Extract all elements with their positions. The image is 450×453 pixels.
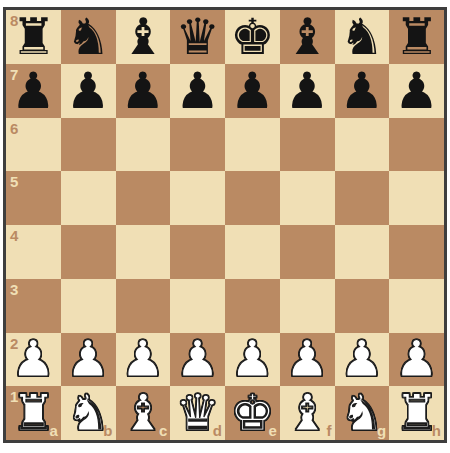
square-c8[interactable]: ♝ — [116, 10, 171, 64]
square-h8[interactable]: ♜ — [389, 10, 444, 64]
square-g8[interactable]: ♞ — [335, 10, 390, 64]
square-h4[interactable] — [389, 225, 444, 279]
square-c5[interactable] — [116, 171, 171, 225]
square-h6[interactable] — [389, 118, 444, 172]
piece-white-bishop[interactable]: ♝ — [120, 386, 165, 440]
square-c4[interactable] — [116, 225, 171, 279]
chess-board-container: 8♜♞♝♛♚♝♞♜7♟♟♟♟♟♟♟♟65432♟♟♟♟♟♟♟♟1a♜b♞c♝d♛… — [3, 7, 447, 443]
square-c1[interactable]: c♝ — [116, 386, 171, 440]
piece-white-rook[interactable]: ♜ — [11, 386, 56, 440]
square-a7[interactable]: 7♟ — [6, 64, 61, 118]
square-h2[interactable]: ♟ — [389, 333, 444, 387]
square-e2[interactable]: ♟ — [225, 333, 280, 387]
square-a1[interactable]: 1a♜ — [6, 386, 61, 440]
rank-label-3: 3 — [10, 282, 18, 297]
piece-black-pawn[interactable]: ♟ — [175, 64, 220, 118]
square-f1[interactable]: f♝ — [280, 386, 335, 440]
piece-black-rook[interactable]: ♜ — [11, 10, 56, 64]
piece-black-pawn[interactable]: ♟ — [11, 64, 56, 118]
square-f6[interactable] — [280, 118, 335, 172]
square-b3[interactable] — [61, 279, 116, 333]
piece-white-pawn[interactable]: ♟ — [175, 333, 220, 387]
square-d1[interactable]: d♛ — [170, 386, 225, 440]
piece-black-knight[interactable]: ♞ — [339, 10, 384, 64]
square-f2[interactable]: ♟ — [280, 333, 335, 387]
square-b8[interactable]: ♞ — [61, 10, 116, 64]
square-f3[interactable] — [280, 279, 335, 333]
square-f7[interactable]: ♟ — [280, 64, 335, 118]
square-d6[interactable] — [170, 118, 225, 172]
square-h3[interactable] — [389, 279, 444, 333]
piece-white-pawn[interactable]: ♟ — [11, 333, 56, 387]
square-f8[interactable]: ♝ — [280, 10, 335, 64]
piece-white-queen[interactable]: ♛ — [175, 386, 220, 440]
piece-white-rook[interactable]: ♜ — [394, 386, 439, 440]
piece-white-king[interactable]: ♚ — [230, 386, 275, 440]
rank-label-6: 6 — [10, 121, 18, 136]
piece-black-pawn[interactable]: ♟ — [339, 64, 384, 118]
square-g4[interactable] — [335, 225, 390, 279]
square-g2[interactable]: ♟ — [335, 333, 390, 387]
square-b1[interactable]: b♞ — [61, 386, 116, 440]
piece-white-pawn[interactable]: ♟ — [339, 333, 384, 387]
square-a8[interactable]: 8♜ — [6, 10, 61, 64]
square-b6[interactable] — [61, 118, 116, 172]
square-h7[interactable]: ♟ — [389, 64, 444, 118]
piece-white-pawn[interactable]: ♟ — [285, 333, 330, 387]
chess-board: 8♜♞♝♛♚♝♞♜7♟♟♟♟♟♟♟♟65432♟♟♟♟♟♟♟♟1a♜b♞c♝d♛… — [3, 7, 447, 443]
piece-black-bishop[interactable]: ♝ — [120, 10, 165, 64]
piece-black-bishop[interactable]: ♝ — [285, 10, 330, 64]
square-f4[interactable] — [280, 225, 335, 279]
square-h5[interactable] — [389, 171, 444, 225]
square-a3[interactable]: 3 — [6, 279, 61, 333]
rank-label-5: 5 — [10, 174, 18, 189]
piece-white-pawn[interactable]: ♟ — [230, 333, 275, 387]
piece-white-knight[interactable]: ♞ — [339, 386, 384, 440]
piece-white-knight[interactable]: ♞ — [66, 386, 111, 440]
square-b7[interactable]: ♟ — [61, 64, 116, 118]
square-g1[interactable]: g♞ — [335, 386, 390, 440]
piece-white-pawn[interactable]: ♟ — [66, 333, 111, 387]
square-c2[interactable]: ♟ — [116, 333, 171, 387]
square-d2[interactable]: ♟ — [170, 333, 225, 387]
square-g6[interactable] — [335, 118, 390, 172]
rank-label-4: 4 — [10, 228, 18, 243]
square-a4[interactable]: 4 — [6, 225, 61, 279]
square-f5[interactable] — [280, 171, 335, 225]
square-g5[interactable] — [335, 171, 390, 225]
square-a5[interactable]: 5 — [6, 171, 61, 225]
square-c7[interactable]: ♟ — [116, 64, 171, 118]
square-d7[interactable]: ♟ — [170, 64, 225, 118]
piece-white-pawn[interactable]: ♟ — [120, 333, 165, 387]
square-d5[interactable] — [170, 171, 225, 225]
square-c3[interactable] — [116, 279, 171, 333]
square-g3[interactable] — [335, 279, 390, 333]
piece-black-pawn[interactable]: ♟ — [394, 64, 439, 118]
square-d3[interactable] — [170, 279, 225, 333]
piece-white-pawn[interactable]: ♟ — [394, 333, 439, 387]
square-d8[interactable]: ♛ — [170, 10, 225, 64]
square-e1[interactable]: e♚ — [225, 386, 280, 440]
piece-black-pawn[interactable]: ♟ — [230, 64, 275, 118]
piece-black-rook[interactable]: ♜ — [394, 10, 439, 64]
piece-black-pawn[interactable]: ♟ — [120, 64, 165, 118]
piece-white-bishop[interactable]: ♝ — [285, 386, 330, 440]
piece-black-queen[interactable]: ♛ — [175, 10, 220, 64]
square-d4[interactable] — [170, 225, 225, 279]
piece-black-pawn[interactable]: ♟ — [285, 64, 330, 118]
square-h1[interactable]: h♜ — [389, 386, 444, 440]
piece-black-pawn[interactable]: ♟ — [66, 64, 111, 118]
square-e8[interactable]: ♚ — [225, 10, 280, 64]
square-e5[interactable] — [225, 171, 280, 225]
square-b5[interactable] — [61, 171, 116, 225]
square-c6[interactable] — [116, 118, 171, 172]
square-b4[interactable] — [61, 225, 116, 279]
square-e7[interactable]: ♟ — [225, 64, 280, 118]
square-a6[interactable]: 6 — [6, 118, 61, 172]
square-a2[interactable]: 2♟ — [6, 333, 61, 387]
square-b2[interactable]: ♟ — [61, 333, 116, 387]
square-e6[interactable] — [225, 118, 280, 172]
piece-black-king[interactable]: ♚ — [230, 10, 275, 64]
square-e3[interactable] — [225, 279, 280, 333]
square-e4[interactable] — [225, 225, 280, 279]
piece-black-knight[interactable]: ♞ — [66, 10, 111, 64]
square-g7[interactable]: ♟ — [335, 64, 390, 118]
